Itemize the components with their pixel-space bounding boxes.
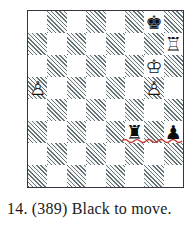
square-e4	[106, 99, 125, 121]
black-pawn-h3: ♟	[164, 121, 183, 143]
square-e5	[106, 77, 125, 99]
square-b7	[47, 33, 66, 55]
square-g2	[144, 143, 163, 165]
square-a8	[28, 11, 47, 33]
square-f1	[125, 165, 144, 187]
square-c5	[67, 77, 86, 99]
square-a6	[28, 55, 47, 77]
square-a4	[28, 99, 47, 121]
square-d5	[86, 77, 105, 99]
square-a3	[28, 121, 47, 143]
white-rook-h7: ♜♖	[164, 33, 183, 55]
white-pawn-outline: ♙	[29, 79, 46, 98]
square-d2	[86, 143, 105, 165]
square-g6: ♚♔	[144, 55, 163, 77]
square-g4	[144, 99, 163, 121]
square-a1	[28, 165, 47, 187]
square-d8	[86, 11, 105, 33]
square-g7	[144, 33, 163, 55]
square-h5	[164, 77, 183, 99]
square-a2	[28, 143, 47, 165]
white-rook-outline: ♖	[165, 35, 182, 54]
square-a5: ♟♙	[28, 77, 47, 99]
square-d6	[86, 55, 105, 77]
square-b5	[47, 77, 66, 99]
square-e6	[106, 55, 125, 77]
square-g5: ♟♙	[144, 77, 163, 99]
square-f6	[125, 55, 144, 77]
black-king-g8: ♚	[144, 11, 163, 33]
chess-board: ♚♜♖♚♔♟♙♟♙♜♟	[27, 10, 184, 188]
square-f7	[125, 33, 144, 55]
square-d7	[86, 33, 105, 55]
square-b4	[47, 99, 66, 121]
square-c4	[67, 99, 86, 121]
square-h6	[164, 55, 183, 77]
square-f8	[125, 11, 144, 33]
square-a7	[28, 33, 47, 55]
square-h2	[164, 143, 183, 165]
square-f2	[125, 143, 144, 165]
diagram-caption: 14. (389) Black to move.	[7, 200, 172, 218]
square-d4	[86, 99, 105, 121]
square-h4	[164, 99, 183, 121]
square-e7	[106, 33, 125, 55]
square-h7: ♜♖	[164, 33, 183, 55]
square-b1	[47, 165, 66, 187]
square-f3: ♜	[125, 121, 144, 143]
white-king-outline: ♔	[145, 57, 162, 76]
square-h1	[164, 165, 183, 187]
white-pawn-g5: ♟♙	[144, 77, 163, 99]
square-d3	[86, 121, 105, 143]
white-king-g6: ♚♔	[144, 55, 163, 77]
square-b2	[47, 143, 66, 165]
square-e2	[106, 143, 125, 165]
square-g8: ♚	[144, 11, 163, 33]
square-c1	[67, 165, 86, 187]
square-c7	[67, 33, 86, 55]
white-pawn-a5: ♟♙	[28, 77, 47, 99]
square-b3	[47, 121, 66, 143]
black-rook-f3: ♜	[125, 121, 144, 143]
square-b8	[47, 11, 66, 33]
square-f5	[125, 77, 144, 99]
square-h3: ♟	[164, 121, 183, 143]
diagram-page: ♚♜♖♚♔♟♙♟♙♜♟ 14. (389) Black to move.	[0, 0, 196, 229]
square-c8	[67, 11, 86, 33]
square-f4	[125, 99, 144, 121]
square-e1	[106, 165, 125, 187]
square-h8	[164, 11, 183, 33]
square-c2	[67, 143, 86, 165]
square-d1	[86, 165, 105, 187]
square-b6	[47, 55, 66, 77]
square-e8	[106, 11, 125, 33]
white-pawn-outline: ♙	[145, 79, 162, 98]
square-c6	[67, 55, 86, 77]
square-c3	[67, 121, 86, 143]
square-g1	[144, 165, 163, 187]
